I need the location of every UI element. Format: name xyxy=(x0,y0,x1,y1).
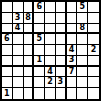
sudoku-empty-cell-r8c9[interactable] xyxy=(88,77,99,88)
sudoku-empty-cell-r6c9[interactable] xyxy=(88,56,99,67)
sudoku-empty-cell-r9c9[interactable] xyxy=(88,88,99,99)
sudoku-empty-cell-r9c7[interactable] xyxy=(67,88,78,99)
sudoku-empty-cell-r5c2[interactable] xyxy=(13,45,24,56)
sudoku-given-cell-r7c7: 7 xyxy=(67,67,78,78)
sudoku-given-cell-r3c2: 4 xyxy=(13,24,24,35)
sudoku-given-cell-r4c4: 5 xyxy=(34,34,45,45)
sudoku-given-cell-r8c6: 3 xyxy=(56,77,67,88)
sudoku-given-cell-r2c3: 8 xyxy=(24,13,35,24)
sudoku-given-cell-r1c8: 5 xyxy=(77,2,88,13)
sudoku-empty-cell-r3c4[interactable] xyxy=(34,24,45,35)
sudoku-empty-cell-r8c4[interactable] xyxy=(34,77,45,88)
sudoku-empty-cell-r4c5[interactable] xyxy=(45,34,56,45)
sudoku-empty-cell-r9c4[interactable] xyxy=(34,88,45,99)
sudoku-empty-cell-r6c3[interactable] xyxy=(24,56,35,67)
sudoku-board: 65384865421347231 xyxy=(0,0,101,101)
sudoku-given-cell-r7c5: 4 xyxy=(45,67,56,78)
sudoku-empty-cell-r6c5[interactable] xyxy=(45,56,56,67)
sudoku-empty-cell-r5c4[interactable] xyxy=(34,45,45,56)
sudoku-empty-cell-r1c5[interactable] xyxy=(45,2,56,13)
sudoku-given-cell-r5c9: 2 xyxy=(88,45,99,56)
sudoku-empty-cell-r3c5[interactable] xyxy=(45,24,56,35)
sudoku-empty-cell-r7c4[interactable] xyxy=(34,67,45,78)
sudoku-empty-cell-r1c1[interactable] xyxy=(2,2,13,13)
sudoku-given-cell-r5c7: 4 xyxy=(67,45,78,56)
sudoku-empty-cell-r9c3[interactable] xyxy=(24,88,35,99)
sudoku-empty-cell-r8c2[interactable] xyxy=(13,77,24,88)
sudoku-empty-cell-r2c6[interactable] xyxy=(56,13,67,24)
sudoku-empty-cell-r5c6[interactable] xyxy=(56,45,67,56)
sudoku-empty-cell-r7c3[interactable] xyxy=(24,67,35,78)
sudoku-empty-cell-r4c8[interactable] xyxy=(77,34,88,45)
sudoku-given-cell-r6c4: 1 xyxy=(34,56,45,67)
sudoku-empty-cell-r7c9[interactable] xyxy=(88,67,99,78)
sudoku-empty-cell-r8c7[interactable] xyxy=(67,77,78,88)
sudoku-empty-cell-r3c9[interactable] xyxy=(88,24,99,35)
sudoku-empty-cell-r8c3[interactable] xyxy=(24,77,35,88)
sudoku-given-cell-r1c4: 6 xyxy=(34,2,45,13)
sudoku-given-cell-r4c1: 6 xyxy=(2,34,13,45)
sudoku-empty-cell-r9c2[interactable] xyxy=(13,88,24,99)
sudoku-empty-cell-r1c2[interactable] xyxy=(13,2,24,13)
sudoku-empty-cell-r2c7[interactable] xyxy=(67,13,78,24)
sudoku-empty-cell-r2c1[interactable] xyxy=(2,13,13,24)
sudoku-empty-cell-r4c7[interactable] xyxy=(67,34,78,45)
sudoku-empty-cell-r6c2[interactable] xyxy=(13,56,24,67)
sudoku-empty-cell-r2c8[interactable] xyxy=(77,13,88,24)
sudoku-empty-cell-r5c5[interactable] xyxy=(45,45,56,56)
sudoku-empty-cell-r7c6[interactable] xyxy=(56,67,67,78)
sudoku-empty-cell-r8c1[interactable] xyxy=(2,77,13,88)
sudoku-empty-cell-r7c8[interactable] xyxy=(77,67,88,78)
sudoku-empty-cell-r9c6[interactable] xyxy=(56,88,67,99)
sudoku-empty-cell-r2c9[interactable] xyxy=(88,13,99,24)
sudoku-empty-cell-r4c2[interactable] xyxy=(13,34,24,45)
sudoku-given-cell-r2c2: 3 xyxy=(13,13,24,24)
sudoku-empty-cell-r4c6[interactable] xyxy=(56,34,67,45)
sudoku-empty-cell-r6c6[interactable] xyxy=(56,56,67,67)
sudoku-empty-cell-r5c1[interactable] xyxy=(2,45,13,56)
sudoku-empty-cell-r3c7[interactable] xyxy=(67,24,78,35)
sudoku-empty-cell-r1c9[interactable] xyxy=(88,2,99,13)
sudoku-empty-cell-r1c3[interactable] xyxy=(24,2,35,13)
sudoku-given-cell-r9c1: 1 xyxy=(2,88,13,99)
sudoku-empty-cell-r9c5[interactable] xyxy=(45,88,56,99)
sudoku-given-cell-r6c7: 3 xyxy=(67,56,78,67)
sudoku-empty-cell-r7c2[interactable] xyxy=(13,67,24,78)
sudoku-empty-cell-r1c6[interactable] xyxy=(56,2,67,13)
sudoku-empty-cell-r5c3[interactable] xyxy=(24,45,35,56)
sudoku-empty-cell-r4c9[interactable] xyxy=(88,34,99,45)
sudoku-empty-cell-r4c3[interactable] xyxy=(24,34,35,45)
sudoku-empty-cell-r3c6[interactable] xyxy=(56,24,67,35)
sudoku-empty-cell-r7c1[interactable] xyxy=(2,67,13,78)
sudoku-empty-cell-r2c5[interactable] xyxy=(45,13,56,24)
sudoku-given-cell-r3c8: 8 xyxy=(77,24,88,35)
sudoku-empty-cell-r6c1[interactable] xyxy=(2,56,13,67)
sudoku-empty-cell-r2c4[interactable] xyxy=(34,13,45,24)
sudoku-empty-cell-r1c7[interactable] xyxy=(67,2,78,13)
sudoku-empty-cell-r9c8[interactable] xyxy=(77,88,88,99)
sudoku-empty-cell-r5c8[interactable] xyxy=(77,45,88,56)
sudoku-empty-cell-r3c3[interactable] xyxy=(24,24,35,35)
sudoku-given-cell-r8c5: 2 xyxy=(45,77,56,88)
sudoku-empty-cell-r3c1[interactable] xyxy=(2,24,13,35)
sudoku-empty-cell-r6c8[interactable] xyxy=(77,56,88,67)
sudoku-empty-cell-r8c8[interactable] xyxy=(77,77,88,88)
